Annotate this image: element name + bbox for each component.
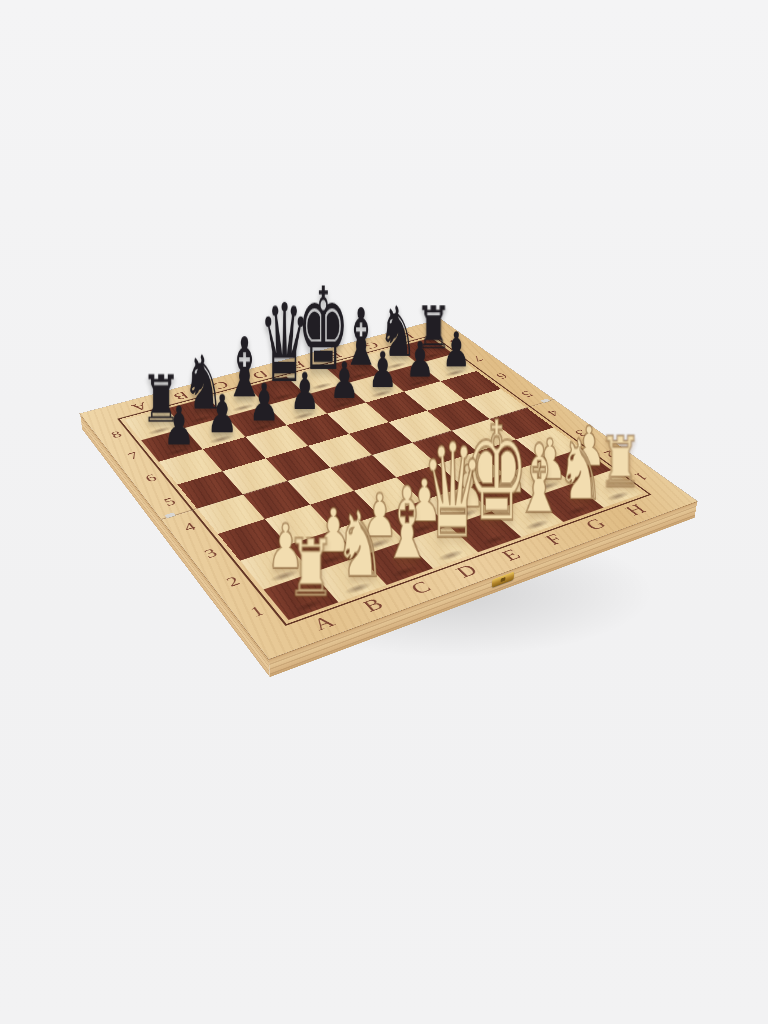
- piece-shadow: [244, 420, 282, 435]
- hinge-left: [164, 512, 175, 518]
- square-h1: ♜: [573, 470, 643, 507]
- square-g2: ♟: [504, 461, 573, 497]
- board-scene: ♜♞♝♛♚♝♞♜♟♟♟♟♟♟♟♟♟♟♟♟♟♟♟♟♜♞♝♛♚♝♞♜ AABBCCD…: [20, 103, 724, 807]
- chess-board: ♜♞♝♛♚♝♞♜♟♟♟♟♟♟♟♟♟♟♟♟♟♟♟♟♜♞♝♛♚♝♞♜ AABBCCD…: [80, 319, 697, 659]
- board-frame: ♜♞♝♛♚♝♞♜♟♟♟♟♟♟♟♟♟♟♟♟♟♟♟♟♜♞♝♛♚♝♞♜ AABBCCD…: [80, 319, 697, 659]
- product-photo-stage: ♜♞♝♛♚♝♞♜♟♟♟♟♟♟♟♟♟♟♟♟♟♟♟♟♜♞♝♛♚♝♞♜ AABBCCD…: [0, 0, 768, 1024]
- latch-pin: [500, 577, 505, 582]
